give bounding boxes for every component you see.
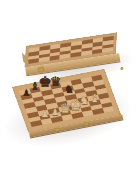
board-square — [38, 57, 49, 62]
board-square — [60, 54, 71, 59]
open-chess-board — [12, 67, 123, 140]
brass-pin-icon — [120, 67, 123, 70]
brass-hinge-icon — [84, 122, 88, 126]
board-square — [81, 51, 92, 56]
board-square — [70, 52, 81, 57]
board-square — [102, 106, 114, 113]
chess-set-product-photo: ♝♚♛♟♞♞♝♟♟♛♚ — [0, 0, 140, 187]
board-square — [28, 59, 39, 64]
board-square — [49, 55, 60, 60]
board-square — [102, 47, 113, 52]
board-square — [92, 49, 103, 54]
brass-clasp-icon — [38, 67, 44, 72]
brass-hinge-icon — [54, 128, 58, 132]
